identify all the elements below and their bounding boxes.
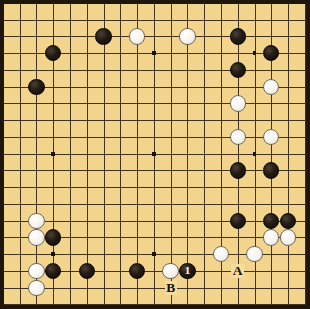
white-stone: ○: [280, 229, 296, 245]
point-label-a: A: [231, 264, 244, 278]
white-stone: ○: [246, 246, 262, 262]
black-stone: ●: [28, 79, 44, 95]
star-point: [253, 152, 257, 156]
star-point: [152, 51, 156, 55]
star-point: [152, 252, 156, 256]
white-stone: ○: [179, 28, 195, 44]
go-board-diagram: ●●●●●●●●●●●●●●●○○○○○○○○○○○○○○○1AB: [0, 0, 310, 309]
white-stone: ○: [263, 129, 279, 145]
black-stone: ●: [45, 45, 61, 61]
move-1-stone: 1: [179, 263, 195, 279]
black-stone: ●: [95, 28, 111, 44]
white-stone: ○: [162, 263, 178, 279]
move-number: 1: [185, 265, 191, 276]
black-stone: ●: [45, 229, 61, 245]
white-stone: ○: [28, 280, 44, 296]
black-stone: ●: [230, 162, 246, 178]
black-stone: ●: [230, 28, 246, 44]
star-point: [51, 252, 55, 256]
white-stone: ○: [230, 129, 246, 145]
white-stone: ○: [213, 246, 229, 262]
black-stone: ●: [129, 263, 145, 279]
white-stone: ○: [129, 28, 145, 44]
white-stone: ○: [263, 79, 279, 95]
white-stone: ○: [28, 263, 44, 279]
black-stone: ●: [230, 213, 246, 229]
black-stone: ●: [230, 62, 246, 78]
white-stone: ○: [263, 229, 279, 245]
white-stone: ○: [28, 213, 44, 229]
point-label-b: B: [165, 281, 177, 295]
star-point: [253, 51, 257, 55]
board-grid: ●●●●●●●●●●●●●●●○○○○○○○○○○○○○○○1AB: [0, 0, 310, 309]
star-point: [152, 152, 156, 156]
black-stone: ●: [45, 263, 61, 279]
black-stone: ●: [263, 213, 279, 229]
black-stone: ●: [263, 45, 279, 61]
white-stone: ○: [28, 229, 44, 245]
white-stone: ○: [230, 95, 246, 111]
black-stone: ●: [263, 162, 279, 178]
black-stone: ●: [79, 263, 95, 279]
black-stone: ●: [280, 213, 296, 229]
star-point: [51, 152, 55, 156]
